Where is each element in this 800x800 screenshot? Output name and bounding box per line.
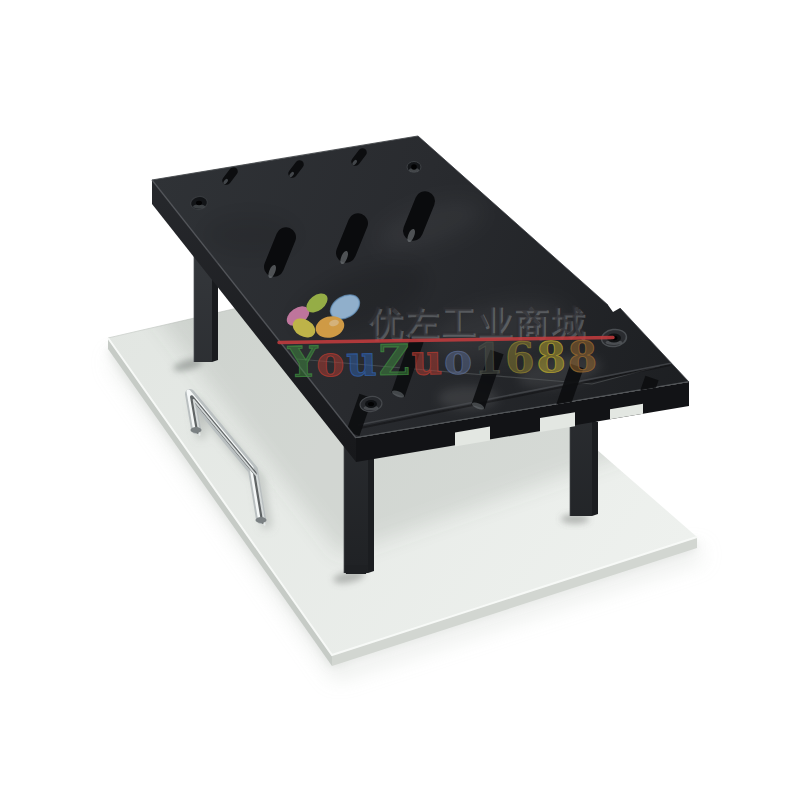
leg-front-right [570, 420, 598, 516]
back-round-hole [407, 162, 421, 173]
product-photo: 优左工业商城 优左工业商城 YouZuo1688 [0, 0, 800, 800]
leg-front-left [344, 444, 374, 574]
watermark-latin-text: YouZuo1688 [286, 332, 599, 386]
